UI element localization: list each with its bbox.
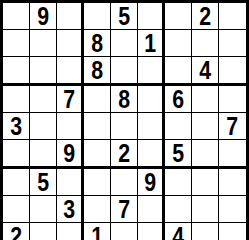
given-digit: 9 <box>63 140 75 166</box>
cell-r9c8[interactable] <box>192 223 219 240</box>
cell-r1c3[interactable] <box>57 3 84 30</box>
given-digit: 1 <box>144 30 156 56</box>
sudoku-board: 9528184786379255937214 <box>0 0 249 240</box>
cell-r8c1[interactable] <box>3 196 30 223</box>
cell-r5c5[interactable] <box>111 113 138 140</box>
given-digit: 7 <box>118 196 130 222</box>
given-digit: 8 <box>91 57 103 83</box>
cell-r7c9[interactable] <box>219 169 246 196</box>
cell-r1c6[interactable] <box>138 3 165 30</box>
cell-r8c9[interactable] <box>219 196 246 223</box>
given-digit: 7 <box>227 113 239 139</box>
cell-r7c5[interactable] <box>111 169 138 196</box>
cell-r5c4[interactable] <box>84 113 111 140</box>
cell-r8c8[interactable] <box>192 196 219 223</box>
given-digit: 8 <box>118 86 130 112</box>
cell-r9c3[interactable] <box>57 223 84 240</box>
cell-r9c9[interactable] <box>219 223 246 240</box>
cell-r6c5[interactable]: 2 <box>111 140 138 169</box>
cell-r8c4[interactable] <box>84 196 111 223</box>
cell-r6c7[interactable]: 5 <box>165 140 192 169</box>
cell-r5c9[interactable]: 7 <box>219 113 246 140</box>
cell-r8c3[interactable]: 3 <box>57 196 84 223</box>
cell-r9c4[interactable]: 1 <box>84 223 111 240</box>
given-digit: 8 <box>91 30 103 56</box>
cell-r2c9[interactable] <box>219 30 246 57</box>
cell-r2c7[interactable] <box>165 30 192 57</box>
cell-r1c9[interactable] <box>219 3 246 30</box>
cell-r4c2[interactable] <box>30 86 57 113</box>
cell-r5c2[interactable] <box>30 113 57 140</box>
given-digit: 4 <box>172 223 184 240</box>
cell-r4c1[interactable] <box>3 86 30 113</box>
cell-r4c8[interactable] <box>192 86 219 113</box>
cell-r6c9[interactable] <box>219 140 246 169</box>
given-digit: 6 <box>172 86 184 112</box>
cell-r3c3[interactable] <box>57 57 84 86</box>
cell-r6c6[interactable] <box>138 140 165 169</box>
cell-r6c1[interactable] <box>3 140 30 169</box>
cell-r7c4[interactable] <box>84 169 111 196</box>
cell-r5c1[interactable]: 3 <box>3 113 30 140</box>
cell-r5c7[interactable] <box>165 113 192 140</box>
cell-r2c4[interactable]: 8 <box>84 30 111 57</box>
cell-r2c3[interactable] <box>57 30 84 57</box>
cell-r1c5[interactable]: 5 <box>111 3 138 30</box>
cell-r3c2[interactable] <box>30 57 57 86</box>
cell-r1c8[interactable]: 2 <box>192 3 219 30</box>
given-digit: 5 <box>172 140 184 166</box>
cell-r1c1[interactable] <box>3 3 30 30</box>
given-digit: 2 <box>10 223 22 240</box>
given-digit: 3 <box>10 113 22 139</box>
cell-r3c5[interactable] <box>111 57 138 86</box>
given-digit: 7 <box>63 86 75 112</box>
given-digit: 1 <box>91 223 103 240</box>
cell-r8c5[interactable]: 7 <box>111 196 138 223</box>
cell-r7c2[interactable]: 5 <box>30 169 57 196</box>
cell-r5c6[interactable] <box>138 113 165 140</box>
cell-r8c2[interactable] <box>30 196 57 223</box>
cell-r9c2[interactable] <box>30 223 57 240</box>
cell-r4c4[interactable] <box>84 86 111 113</box>
given-digit: 9 <box>37 3 49 29</box>
cell-r4c9[interactable] <box>219 86 246 113</box>
given-digit: 4 <box>199 57 211 83</box>
cell-r6c8[interactable] <box>192 140 219 169</box>
cell-r3c8[interactable]: 4 <box>192 57 219 86</box>
cell-r3c6[interactable] <box>138 57 165 86</box>
cell-r7c1[interactable] <box>3 169 30 196</box>
cell-r6c4[interactable] <box>84 140 111 169</box>
cell-r9c5[interactable] <box>111 223 138 240</box>
cell-r6c2[interactable] <box>30 140 57 169</box>
given-digit: 9 <box>144 169 156 195</box>
cell-r4c3[interactable]: 7 <box>57 86 84 113</box>
cell-r2c5[interactable] <box>111 30 138 57</box>
cell-r4c7[interactable]: 6 <box>165 86 192 113</box>
cell-r3c9[interactable] <box>219 57 246 86</box>
cell-r4c6[interactable] <box>138 86 165 113</box>
cell-r2c8[interactable] <box>192 30 219 57</box>
cell-r7c6[interactable]: 9 <box>138 169 165 196</box>
cell-r6c3[interactable]: 9 <box>57 140 84 169</box>
given-digit: 2 <box>118 140 130 166</box>
cell-r8c7[interactable] <box>165 196 192 223</box>
cell-r1c4[interactable] <box>84 3 111 30</box>
cell-r2c2[interactable] <box>30 30 57 57</box>
cell-r3c4[interactable]: 8 <box>84 57 111 86</box>
given-digit: 5 <box>37 169 49 195</box>
cell-r2c6[interactable]: 1 <box>138 30 165 57</box>
cell-r5c3[interactable] <box>57 113 84 140</box>
cell-r2c1[interactable] <box>3 30 30 57</box>
cell-r5c8[interactable] <box>192 113 219 140</box>
given-digit: 3 <box>63 196 75 222</box>
cell-r8c6[interactable] <box>138 196 165 223</box>
cell-r9c1[interactable]: 2 <box>3 223 30 240</box>
cell-r4c5[interactable]: 8 <box>111 86 138 113</box>
cell-r9c7[interactable]: 4 <box>165 223 192 240</box>
cell-r1c7[interactable] <box>165 3 192 30</box>
given-digit: 2 <box>199 3 211 29</box>
cell-r7c7[interactable] <box>165 169 192 196</box>
cell-r3c7[interactable] <box>165 57 192 86</box>
cell-r3c1[interactable] <box>3 57 30 86</box>
cell-r7c3[interactable] <box>57 169 84 196</box>
cell-r1c2[interactable]: 9 <box>30 3 57 30</box>
cell-r7c8[interactable] <box>192 169 219 196</box>
given-digit: 5 <box>118 3 130 29</box>
cell-r9c6[interactable] <box>138 223 165 240</box>
